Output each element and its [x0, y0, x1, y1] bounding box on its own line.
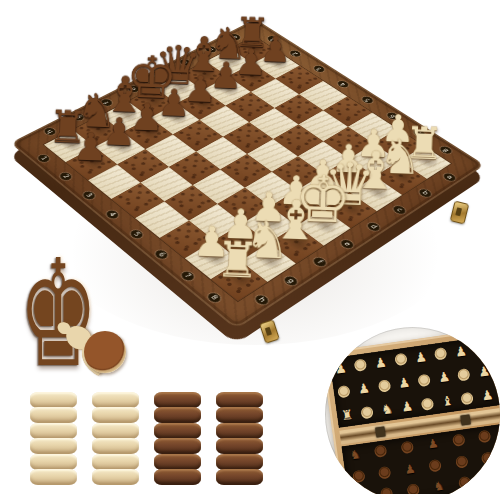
stored-light-pawn: ♟ [374, 355, 387, 369]
stored-dark-knight: ♞ [433, 479, 445, 492]
stored-dark-disc [478, 430, 492, 444]
checker-stack-4-dark [216, 392, 263, 485]
stored-dark-rook: ♜ [355, 490, 367, 494]
product-photo-scene: 12345678 12345678 abcdefgh abcdefgh ♜♟♟♜… [0, 0, 500, 494]
stored-light-pawn: ♟ [478, 364, 491, 378]
checker-disc-light [92, 438, 139, 454]
checker-disc-dark [154, 438, 201, 454]
coordinate-label-7: 7 [179, 270, 196, 282]
stored-light-pawn: ♟ [438, 370, 451, 384]
checker-disc-dark [216, 392, 263, 408]
checker-disc-dark [216, 469, 263, 485]
stored-light-disc [457, 367, 471, 381]
checker-disc-light [92, 469, 139, 485]
checker-disc-dark [216, 438, 263, 454]
coordinate-label-4: 4 [336, 80, 351, 89]
stored-dark-disc [481, 451, 495, 465]
stored-light-disc [461, 391, 475, 405]
checker-stack-2-light [92, 392, 139, 485]
coordinate-label-3: 3 [312, 64, 326, 73]
brass-latch-icon [450, 200, 470, 224]
coordinate-label-1: 1 [36, 153, 51, 163]
checker-disc-light [30, 454, 77, 470]
stored-light-disc [474, 341, 488, 355]
coordinate-label-8: 8 [205, 291, 222, 304]
checkers-stacks [30, 392, 263, 485]
checker-disc-light [92, 423, 139, 439]
stored-dark-disc [374, 444, 388, 458]
coordinate-label-2: 2 [58, 171, 74, 181]
coordinate-label-h: h [253, 294, 270, 307]
stored-dark-disc [484, 472, 498, 486]
board-3d-wrapper: 12345678 12345678 abcdefgh abcdefgh ♜♟♟♜… [73, 0, 421, 328]
coordinate-label-g: g [283, 275, 300, 287]
checker-disc-light [30, 469, 77, 485]
checker-disc-light [30, 438, 77, 454]
coordinate-label-c: c [392, 204, 408, 215]
checker-stack-3-dark [154, 392, 201, 485]
checker-disc-dark [154, 469, 201, 485]
stored-light-disc [337, 384, 351, 398]
stored-light-pawn: ♟ [357, 381, 370, 395]
coordinate-label-b: b [417, 188, 433, 199]
stored-dark-disc [452, 433, 466, 447]
stored-light-knight: ♞ [381, 402, 394, 416]
stored-dark-knight: ♞ [349, 448, 361, 461]
coordinate-label-d: d [365, 221, 382, 232]
light-rook-h8: ♜ [216, 237, 261, 282]
checker-disc-light [30, 423, 77, 439]
felt-base-icon [84, 331, 126, 373]
coordinate-label-a: a [441, 172, 457, 182]
dark-pawn-h2: ♟ [72, 129, 108, 165]
stored-light-disc [377, 379, 391, 393]
coordinate-label-3: 3 [81, 190, 97, 201]
checker-disc-dark [216, 407, 263, 423]
checker-disc-light [92, 392, 139, 408]
coordinate-label-f: f [311, 256, 328, 268]
stored-dark-disc [429, 458, 443, 472]
checker-disc-light [92, 454, 139, 470]
checker-disc-light [92, 407, 139, 423]
checker-disc-dark [154, 392, 201, 408]
stored-dark-disc [455, 454, 469, 468]
stored-light-bishop: ♝ [441, 393, 454, 407]
stored-light-disc [354, 358, 368, 372]
checker-disc-dark [154, 407, 201, 423]
checker-disc-dark [154, 454, 201, 470]
stored-light-disc [417, 373, 431, 387]
chess-board-grid: ♜♟♟♜♞♟♟♞♝♟♟♝♛♟♟♛♚♟♟♚♝♟♟♝♞♟♟♞♜♟♟♜ [43, 36, 453, 303]
stored-light-pawn: ♟ [397, 375, 410, 389]
checker-disc-dark [216, 423, 263, 439]
storage-inset-photo: ♟♟♟♟♟♟♟♟♟♜♞♟♝♟ ♞♟♝♟♜♞♜ [325, 327, 500, 494]
coordinate-label-6: 6 [153, 249, 170, 261]
checker-disc-dark [216, 454, 263, 470]
coordinate-label-5: 5 [128, 229, 144, 241]
stored-light-pawn: ♟ [454, 344, 467, 358]
stored-dark-disc [458, 475, 472, 489]
checker-disc-light [30, 407, 77, 423]
stored-light-pawn: ♟ [494, 338, 500, 352]
stored-light-disc [434, 347, 448, 361]
storage-box: ♟♟♟♟♟♟♟♟♟♜♞♟♝♟ ♞♟♝♟♜♞♜ [325, 327, 500, 494]
stored-dark-disc [401, 440, 415, 454]
square-g4 [140, 167, 192, 201]
stored-dark-disc [378, 465, 392, 479]
hinge-icon [461, 414, 471, 425]
stored-dark-disc [352, 469, 366, 483]
stored-dark-disc [407, 483, 421, 494]
stored-light-disc [394, 353, 408, 367]
coordinate-label-e: e [339, 238, 356, 250]
stored-light-pawn: ♟ [414, 349, 427, 363]
stored-light-pawn: ♟ [400, 399, 413, 413]
stored-light-disc [360, 405, 374, 419]
stored-dark-pawn: ♟ [404, 462, 416, 475]
stored-dark-pawn: ♟ [427, 437, 439, 450]
stored-light-pawn: ♟ [481, 387, 494, 401]
checker-stack-1-light [30, 392, 77, 485]
coordinate-label-4: 4 [104, 209, 120, 220]
stored-light-rook: ♜ [340, 407, 353, 421]
hinge-icon [376, 426, 386, 437]
coordinate-label-5: 5 [360, 95, 375, 104]
checker-disc-dark [154, 423, 201, 439]
stored-dark-disc [380, 486, 394, 494]
stored-light-pawn: ♟ [334, 361, 347, 375]
stored-light-disc [420, 396, 434, 410]
